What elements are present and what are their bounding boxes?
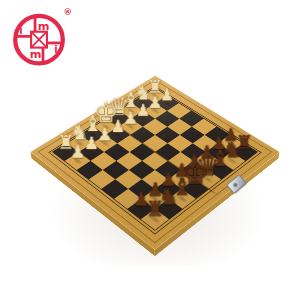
registered-trademark-icon: ® <box>63 7 72 17</box>
logo-letter-m-bottom: m <box>30 48 42 61</box>
piece-glyph: ♟ <box>57 144 98 161</box>
brand-logo-graphic: m i i m ® <box>8 4 74 70</box>
logo-letter-i-left: i <box>19 25 22 36</box>
logo-letter-m-top: m <box>38 20 50 33</box>
piece-glyph: ♜ <box>133 198 177 219</box>
product-photo-scene: m i i m ® ♜♟♟♜♞♟♟♞♝♟♟♝♛♟♟♛♚♟♟♚♝♟♟♝♞♟♟♞♜♟… <box>0 0 300 300</box>
brand-logo: m i i m ® <box>8 4 74 70</box>
logo-letter-i-right: i <box>54 44 57 55</box>
